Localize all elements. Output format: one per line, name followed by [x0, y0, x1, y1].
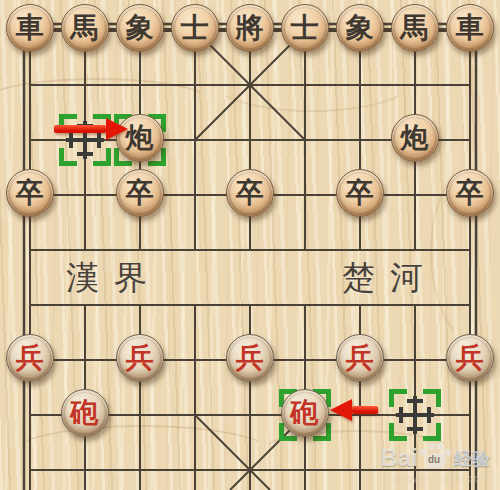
- piece-red-砲[interactable]: 砲: [281, 389, 329, 437]
- black-move-arrow: [54, 118, 128, 140]
- arrow-shaft: [352, 406, 378, 414]
- piece-black-士[interactable]: 士: [281, 4, 329, 52]
- piece-black-車[interactable]: 車: [446, 4, 494, 52]
- piece-black-象[interactable]: 象: [116, 4, 164, 52]
- piece-red-砲[interactable]: 砲: [61, 389, 109, 437]
- watermark-du-text: du: [428, 455, 440, 465]
- piece-red-兵[interactable]: 兵: [6, 334, 54, 382]
- piece-black-卒[interactable]: 卒: [116, 169, 164, 217]
- watermark-bai-text: Bai: [381, 446, 418, 470]
- origin-crosshair-icon: [392, 392, 438, 438]
- piece-black-象[interactable]: 象: [336, 4, 384, 52]
- piece-black-士[interactable]: 士: [171, 4, 219, 52]
- piece-red-兵[interactable]: 兵: [226, 334, 274, 382]
- piece-black-卒[interactable]: 卒: [226, 169, 274, 217]
- piece-black-將[interactable]: 將: [226, 4, 274, 52]
- arrow-shaft: [54, 125, 106, 133]
- piece-black-馬[interactable]: 馬: [391, 4, 439, 52]
- piece-black-卒[interactable]: 卒: [446, 169, 494, 217]
- board-grid: 車馬象士將士象馬車炮炮卒卒卒卒卒兵兵兵兵砲砲兵: [2, 2, 497, 490]
- piece-red-兵[interactable]: 兵: [446, 334, 494, 382]
- arrow-head-left-icon: [330, 399, 352, 421]
- xiangqi-board-screen: 漢界 楚河 車馬象士將士象馬車炮炮卒卒卒卒卒兵兵兵兵砲砲兵 Bai du 经验 …: [0, 0, 500, 490]
- watermark-url: jingyan.baidu.com: [381, 473, 490, 484]
- baidu-paw-icon: du: [420, 442, 450, 470]
- watermark-jingyan-text: 经验: [454, 450, 490, 470]
- red-move-arrow: [330, 399, 378, 421]
- piece-black-卒[interactable]: 卒: [336, 169, 384, 217]
- arrow-head-right-icon: [106, 118, 128, 140]
- piece-red-兵[interactable]: 兵: [336, 334, 384, 382]
- piece-black-炮[interactable]: 炮: [391, 114, 439, 162]
- piece-black-卒[interactable]: 卒: [6, 169, 54, 217]
- piece-black-馬[interactable]: 馬: [61, 4, 109, 52]
- piece-red-兵[interactable]: 兵: [116, 334, 164, 382]
- baidu-watermark: Bai du 经验 jingyan.baidu.com: [381, 442, 490, 484]
- piece-black-車[interactable]: 車: [6, 4, 54, 52]
